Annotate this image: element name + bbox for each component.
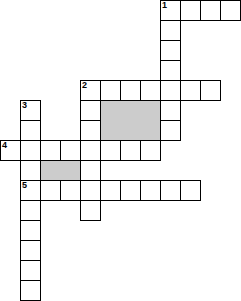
cell-r7c5[interactable] xyxy=(100,140,121,161)
cell-r13c1[interactable] xyxy=(20,260,41,281)
cell-r4c8[interactable] xyxy=(160,80,181,101)
cell-r0c10[interactable] xyxy=(200,0,221,21)
clue-number-2: 2 xyxy=(82,81,87,90)
cell-r4c6[interactable] xyxy=(120,80,141,101)
cell-r9c3[interactable] xyxy=(60,180,81,201)
cell-r0c9[interactable] xyxy=(180,0,201,21)
clue-number-3: 3 xyxy=(22,101,27,110)
cell-r9c9[interactable] xyxy=(180,180,201,201)
cell-r7c2[interactable] xyxy=(40,140,61,161)
clue-number-4: 4 xyxy=(2,141,7,150)
cell-r5c4[interactable] xyxy=(80,100,101,121)
cell-r9c8[interactable] xyxy=(160,180,181,201)
cell-r7c3[interactable] xyxy=(60,140,81,161)
cell-r8c1[interactable] xyxy=(20,160,41,181)
cell-r8c4[interactable] xyxy=(80,160,101,181)
cell-r9c1[interactable]: 5 xyxy=(20,180,41,201)
gray-block xyxy=(40,160,81,181)
cell-r6c1[interactable] xyxy=(20,120,41,141)
cell-r4c9[interactable] xyxy=(180,80,201,101)
cell-r9c2[interactable] xyxy=(40,180,61,201)
cell-r10c4[interactable] xyxy=(80,200,101,221)
cell-r10c1[interactable] xyxy=(20,200,41,221)
cell-r7c6[interactable] xyxy=(120,140,141,161)
cell-r4c10[interactable] xyxy=(200,80,221,101)
cell-r9c4[interactable] xyxy=(80,180,101,201)
cell-r11c1[interactable] xyxy=(20,220,41,241)
cell-r9c5[interactable] xyxy=(100,180,121,201)
cell-r7c4[interactable] xyxy=(80,140,101,161)
cell-r9c7[interactable] xyxy=(140,180,161,201)
gray-block xyxy=(100,100,161,141)
cell-r7c0[interactable]: 4 xyxy=(0,140,21,161)
cell-r14c1[interactable] xyxy=(20,280,41,301)
cell-r9c6[interactable] xyxy=(120,180,141,201)
cell-r0c8[interactable]: 1 xyxy=(160,0,181,21)
cell-r1c8[interactable] xyxy=(160,20,181,41)
cell-r4c5[interactable] xyxy=(100,80,121,101)
cell-r12c1[interactable] xyxy=(20,240,41,261)
cell-r6c4[interactable] xyxy=(80,120,101,141)
cell-r5c1[interactable]: 3 xyxy=(20,100,41,121)
cell-r4c4[interactable]: 2 xyxy=(80,80,101,101)
cell-r4c7[interactable] xyxy=(140,80,161,101)
clue-number-5: 5 xyxy=(22,181,27,190)
cell-r3c8[interactable] xyxy=(160,60,181,81)
cell-r5c8[interactable] xyxy=(160,100,181,121)
cell-r2c8[interactable] xyxy=(160,40,181,61)
cell-r6c8[interactable] xyxy=(160,120,181,141)
cell-r7c7[interactable] xyxy=(140,140,161,161)
cell-r7c1[interactable] xyxy=(20,140,41,161)
clue-number-1: 1 xyxy=(162,1,167,10)
cell-r0c11[interactable] xyxy=(220,0,241,21)
crossword-grid: 12345 xyxy=(0,0,241,301)
